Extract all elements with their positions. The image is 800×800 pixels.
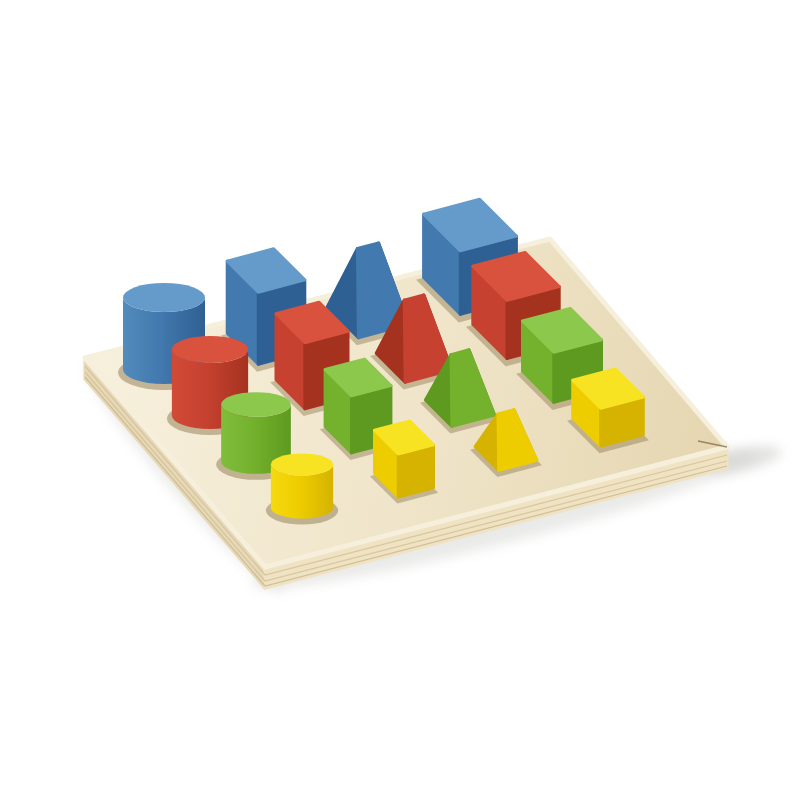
top-face xyxy=(221,392,291,417)
top-face xyxy=(271,453,333,475)
shape-sorter-scene xyxy=(0,0,800,800)
piece-yellow-cylinder[interactable] xyxy=(266,453,338,524)
top-face xyxy=(172,336,248,363)
product-photo xyxy=(0,0,800,800)
top-face xyxy=(123,283,205,312)
